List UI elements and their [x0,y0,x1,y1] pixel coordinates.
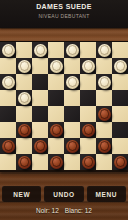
board-square[interactable] [64,122,80,138]
white-piece[interactable] [34,44,47,57]
board-square[interactable] [32,58,48,74]
board-square[interactable] [32,138,48,154]
white-piece[interactable] [66,76,79,89]
board-square[interactable] [64,90,80,106]
undo-button[interactable]: UNDO [44,186,83,202]
black-piece[interactable] [66,140,79,153]
board-square[interactable] [96,138,112,154]
black-piece[interactable] [98,140,111,153]
board-square[interactable] [32,90,48,106]
board-square[interactable] [80,42,96,58]
board-square[interactable] [0,58,16,74]
board-square[interactable] [80,122,96,138]
board-square[interactable] [80,138,96,154]
white-piece[interactable] [50,60,63,73]
board-square[interactable] [48,90,64,106]
white-piece[interactable] [98,44,111,57]
toolbar: NEW UNDO MENU [2,186,126,202]
board-square[interactable] [64,58,80,74]
black-piece[interactable] [18,124,31,137]
black-count: Noir: 12 [36,207,59,215]
black-piece[interactable] [34,140,47,153]
board-square[interactable] [16,122,32,138]
board-square[interactable] [112,106,128,122]
board-square[interactable] [48,138,64,154]
board-square[interactable] [0,90,16,106]
board-square[interactable] [48,122,64,138]
board-square[interactable] [96,106,112,122]
checkers-board[interactable] [0,41,128,172]
board-square[interactable] [80,58,96,74]
black-piece[interactable] [82,124,95,137]
board-square[interactable] [112,154,128,170]
white-piece[interactable] [2,76,15,89]
board-square[interactable] [0,106,16,122]
new-button[interactable]: NEW [2,186,41,202]
board-square[interactable] [112,90,128,106]
board-square[interactable] [64,106,80,122]
white-count: Blanc: 12 [65,207,92,215]
app-subtitle: NIVEAU DEBUTANT [0,13,128,19]
board-square[interactable] [96,42,112,58]
black-piece[interactable] [18,156,31,169]
board-square[interactable] [48,58,64,74]
board-square[interactable] [32,154,48,170]
board-square[interactable] [96,154,112,170]
black-piece[interactable] [2,140,15,153]
board-square[interactable] [16,58,32,74]
board-square[interactable] [48,154,64,170]
board-square[interactable] [96,90,112,106]
white-piece[interactable] [18,60,31,73]
board-square[interactable] [112,122,128,138]
board-square[interactable] [16,90,32,106]
board-square[interactable] [16,42,32,58]
board-square[interactable] [112,58,128,74]
black-piece[interactable] [98,108,111,121]
title-bar: DAMES SUEDE NIVEAU DEBUTANT [0,0,128,28]
board-square[interactable] [0,154,16,170]
board-square[interactable] [32,122,48,138]
black-piece[interactable] [50,156,63,169]
board-square[interactable] [0,122,16,138]
board-square[interactable] [32,74,48,90]
board-square[interactable] [16,154,32,170]
board-square[interactable] [32,42,48,58]
board-square[interactable] [96,122,112,138]
white-piece[interactable] [2,44,15,57]
board-square[interactable] [64,138,80,154]
board-square[interactable] [64,74,80,90]
board-square[interactable] [112,42,128,58]
board-square[interactable] [0,138,16,154]
menu-button[interactable]: MENU [87,186,126,202]
board-square[interactable] [0,42,16,58]
board-square[interactable] [0,74,16,90]
black-piece[interactable] [114,156,127,169]
board-square[interactable] [112,74,128,90]
board-square[interactable] [96,58,112,74]
board-square[interactable] [64,154,80,170]
white-piece[interactable] [114,60,127,73]
black-piece[interactable] [50,124,63,137]
board-square[interactable] [80,154,96,170]
board-square[interactable] [16,106,32,122]
board-square[interactable] [48,42,64,58]
board-square[interactable] [112,138,128,154]
board-square[interactable] [48,74,64,90]
app-title: DAMES SUEDE [0,3,128,11]
board-square[interactable] [96,74,112,90]
board-square[interactable] [32,106,48,122]
white-piece[interactable] [82,60,95,73]
status-bar: Noir: 12Blanc: 12 [0,207,128,215]
board-square[interactable] [16,138,32,154]
white-piece[interactable] [66,44,79,57]
black-piece[interactable] [82,156,95,169]
board-square[interactable] [80,74,96,90]
board-square[interactable] [64,42,80,58]
board-square[interactable] [80,90,96,106]
app-screen: DAMES SUEDE NIVEAU DEBUTANT NEW UNDO MEN… [0,0,128,220]
white-piece[interactable] [98,76,111,89]
board-square[interactable] [16,74,32,90]
white-piece[interactable] [18,92,31,105]
board-square[interactable] [80,106,96,122]
board-square[interactable] [48,106,64,122]
